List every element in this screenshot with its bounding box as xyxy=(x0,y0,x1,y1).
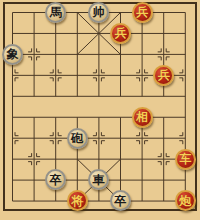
square-6-0[interactable]: 兵 xyxy=(131,2,153,23)
square-5-1[interactable]: 兵 xyxy=(110,23,132,44)
xiangqi-board[interactable]: 馬帅兵兵象兵相砲车卒車将卒炮 xyxy=(2,2,196,211)
square-0-2[interactable]: 象 xyxy=(2,44,24,65)
piece-red-general[interactable]: 将 xyxy=(67,190,88,211)
piece-black-elephant[interactable]: 象 xyxy=(2,44,23,65)
square-3-9[interactable]: 将 xyxy=(66,190,88,211)
square-3-6[interactable]: 砲 xyxy=(66,128,88,149)
piece-black-general[interactable]: 帅 xyxy=(88,2,109,23)
piece-black-horse[interactable]: 馬 xyxy=(45,2,66,23)
square-8-9[interactable]: 炮 xyxy=(174,190,196,211)
xiangqi-app: 馬帅兵兵象兵相砲车卒車将卒炮 xyxy=(0,0,200,220)
piece-red-elephant[interactable]: 相 xyxy=(132,107,153,128)
square-4-0[interactable]: 帅 xyxy=(88,2,110,23)
square-6-5[interactable]: 相 xyxy=(131,107,153,128)
square-2-0[interactable]: 馬 xyxy=(45,2,67,23)
piece-black-cannon[interactable]: 砲 xyxy=(67,128,88,149)
piece-red-chariot[interactable]: 车 xyxy=(175,149,196,170)
piece-black-soldier-2[interactable]: 卒 xyxy=(110,190,131,211)
square-7-3[interactable]: 兵 xyxy=(153,65,175,86)
square-4-8[interactable]: 車 xyxy=(88,170,110,191)
piece-red-soldier-2[interactable]: 兵 xyxy=(110,23,131,44)
piece-black-chariot[interactable]: 車 xyxy=(88,169,109,190)
piece-red-cannon[interactable]: 炮 xyxy=(175,190,196,211)
piece-black-soldier-1[interactable]: 卒 xyxy=(45,169,66,190)
square-2-8[interactable]: 卒 xyxy=(45,170,67,191)
square-5-9[interactable]: 卒 xyxy=(110,190,132,211)
square-8-7[interactable]: 车 xyxy=(174,149,196,170)
piece-red-soldier-3[interactable]: 兵 xyxy=(153,65,174,86)
piece-red-soldier-1[interactable]: 兵 xyxy=(132,2,153,23)
